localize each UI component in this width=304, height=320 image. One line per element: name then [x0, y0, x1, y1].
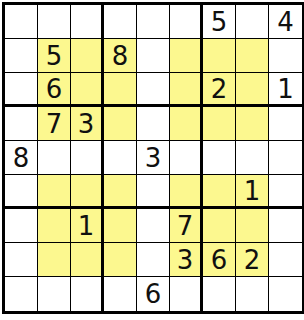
cell-r3c9[interactable]: 1: [269, 73, 302, 107]
cell-r5c9[interactable]: [269, 141, 302, 175]
cell-r4c2[interactable]: 7: [38, 107, 71, 141]
cell-r3c6[interactable]: [170, 73, 203, 107]
cell-r7c7[interactable]: [203, 209, 236, 243]
cell-r4c8[interactable]: [236, 107, 269, 141]
cell-r5c5[interactable]: 3: [137, 141, 170, 175]
cell-r5c3[interactable]: [71, 141, 104, 175]
cell-r2c5[interactable]: [137, 39, 170, 73]
cell-r9c9[interactable]: [269, 277, 302, 311]
cell-r6c5[interactable]: [137, 175, 170, 209]
cell-r1c5[interactable]: [137, 5, 170, 39]
cell-r5c7[interactable]: [203, 141, 236, 175]
cell-r9c1[interactable]: [5, 277, 38, 311]
cell-r6c4[interactable]: [104, 175, 137, 209]
cell-r9c3[interactable]: [71, 277, 104, 311]
cell-r3c8[interactable]: [236, 73, 269, 107]
cell-r6c1[interactable]: [5, 175, 38, 209]
cell-r2c9[interactable]: [269, 39, 302, 73]
cell-r6c8[interactable]: 1: [236, 175, 269, 209]
cell-r1c6[interactable]: [170, 5, 203, 39]
cell-r7c8[interactable]: [236, 209, 269, 243]
cell-r3c1[interactable]: [5, 73, 38, 107]
cell-r2c1[interactable]: [5, 39, 38, 73]
cell-r7c5[interactable]: [137, 209, 170, 243]
cell-r3c7[interactable]: 2: [203, 73, 236, 107]
cell-r7c2[interactable]: [38, 209, 71, 243]
cell-r1c3[interactable]: [71, 5, 104, 39]
page: 545862173831173626: [0, 0, 304, 314]
cell-r7c4[interactable]: [104, 209, 137, 243]
cell-r1c2[interactable]: [38, 5, 71, 39]
cell-r1c4[interactable]: [104, 5, 137, 39]
cell-r5c1[interactable]: 8: [5, 141, 38, 175]
cell-r8c6[interactable]: 3: [170, 243, 203, 277]
cell-r7c1[interactable]: [5, 209, 38, 243]
cell-r5c6[interactable]: [170, 141, 203, 175]
cell-r8c1[interactable]: [5, 243, 38, 277]
cell-r4c6[interactable]: [170, 107, 203, 141]
cell-r9c7[interactable]: [203, 277, 236, 311]
cell-r4c7[interactable]: [203, 107, 236, 141]
cell-r2c6[interactable]: [170, 39, 203, 73]
cell-r8c5[interactable]: [137, 243, 170, 277]
cell-r1c8[interactable]: [236, 5, 269, 39]
cell-r8c4[interactable]: [104, 243, 137, 277]
cell-r9c5[interactable]: 6: [137, 277, 170, 311]
cell-r4c9[interactable]: [269, 107, 302, 141]
cell-r6c6[interactable]: [170, 175, 203, 209]
cell-r8c2[interactable]: [38, 243, 71, 277]
cell-r8c9[interactable]: [269, 243, 302, 277]
cell-r2c8[interactable]: [236, 39, 269, 73]
cell-r6c3[interactable]: [71, 175, 104, 209]
cell-r4c1[interactable]: [5, 107, 38, 141]
cell-r9c2[interactable]: [38, 277, 71, 311]
cell-r3c4[interactable]: [104, 73, 137, 107]
cell-r6c9[interactable]: [269, 175, 302, 209]
sudoku-board: 545862173831173626: [2, 2, 304, 314]
cell-r3c5[interactable]: [137, 73, 170, 107]
cell-r2c2[interactable]: 5: [38, 39, 71, 73]
cell-r4c5[interactable]: [137, 107, 170, 141]
cell-r4c4[interactable]: [104, 107, 137, 141]
cell-r4c3[interactable]: 3: [71, 107, 104, 141]
cell-r7c6[interactable]: 7: [170, 209, 203, 243]
cell-r1c7[interactable]: 5: [203, 5, 236, 39]
cell-r5c2[interactable]: [38, 141, 71, 175]
cell-r6c2[interactable]: [38, 175, 71, 209]
cell-r2c3[interactable]: [71, 39, 104, 73]
cell-r2c4[interactable]: 8: [104, 39, 137, 73]
cell-r5c4[interactable]: [104, 141, 137, 175]
cell-r8c7[interactable]: 6: [203, 243, 236, 277]
cell-r5c8[interactable]: [236, 141, 269, 175]
cell-r8c8[interactable]: 2: [236, 243, 269, 277]
cell-r8c3[interactable]: [71, 243, 104, 277]
cell-r3c2[interactable]: 6: [38, 73, 71, 107]
cell-r9c8[interactable]: [236, 277, 269, 311]
cell-r6c7[interactable]: [203, 175, 236, 209]
cell-r9c6[interactable]: [170, 277, 203, 311]
cell-r7c3[interactable]: 1: [71, 209, 104, 243]
cell-r1c9[interactable]: 4: [269, 5, 302, 39]
cell-r1c1[interactable]: [5, 5, 38, 39]
cell-r2c7[interactable]: [203, 39, 236, 73]
cell-r3c3[interactable]: [71, 73, 104, 107]
cell-r9c4[interactable]: [104, 277, 137, 311]
cell-r7c9[interactable]: [269, 209, 302, 243]
